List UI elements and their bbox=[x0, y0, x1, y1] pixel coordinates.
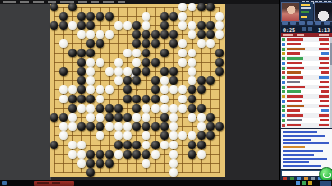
menu-item[interactable] bbox=[103, 1, 114, 3]
player-score-bar bbox=[319, 95, 329, 97]
stone-black bbox=[197, 85, 206, 94]
task-button-text-bar bbox=[37, 182, 49, 184]
stone-black bbox=[68, 104, 77, 113]
stone-black bbox=[86, 168, 95, 177]
stone-black bbox=[169, 12, 178, 21]
stone-black bbox=[105, 104, 114, 113]
stone-black bbox=[215, 122, 224, 131]
rank-icon bbox=[282, 62, 285, 65]
stone-white bbox=[68, 150, 77, 159]
stone-black bbox=[142, 58, 151, 67]
stone-white bbox=[197, 113, 206, 122]
stone-black bbox=[132, 141, 141, 150]
player-list bbox=[281, 37, 332, 128]
capture-counter-left[interactable] bbox=[302, 27, 306, 31]
stone-black bbox=[132, 67, 141, 76]
stone-black bbox=[132, 21, 141, 30]
stone-white bbox=[86, 67, 95, 76]
stone-white bbox=[197, 39, 206, 48]
stone-white bbox=[59, 39, 68, 48]
stone-white bbox=[160, 76, 169, 85]
rank-icon bbox=[282, 71, 285, 74]
stone-black bbox=[77, 58, 86, 67]
chat-message-bar bbox=[283, 131, 317, 133]
panel-small-button[interactable] bbox=[307, 21, 313, 25]
player-name-bar bbox=[287, 105, 304, 107]
stone-black bbox=[123, 141, 132, 150]
stone-black bbox=[160, 21, 169, 30]
menu-item[interactable] bbox=[3, 1, 16, 3]
taskbar-clock[interactable] bbox=[320, 181, 331, 186]
chat-message-bar bbox=[283, 142, 329, 144]
stone-black bbox=[77, 76, 86, 85]
player-score-bar bbox=[319, 48, 329, 50]
player-score-bar bbox=[321, 52, 329, 54]
chat-message-bar bbox=[283, 135, 325, 137]
menu-item[interactable] bbox=[118, 1, 125, 3]
info-text-bar bbox=[301, 11, 309, 13]
stone-black bbox=[151, 95, 160, 104]
stone-black bbox=[86, 95, 95, 104]
player-name-bar bbox=[287, 124, 301, 126]
stone-black bbox=[86, 150, 95, 159]
stone-black bbox=[50, 21, 59, 30]
player-name-bar bbox=[287, 67, 304, 69]
player-name-bar bbox=[287, 76, 303, 78]
stone-white bbox=[68, 113, 77, 122]
stone-black bbox=[197, 21, 206, 30]
stone-black bbox=[188, 104, 197, 113]
stone-black bbox=[206, 21, 215, 30]
stone-black bbox=[77, 12, 86, 21]
stone-black bbox=[50, 113, 59, 122]
stone-black bbox=[59, 21, 68, 30]
stone-white bbox=[188, 67, 197, 76]
chat-message-bar bbox=[283, 146, 305, 148]
stone-white bbox=[178, 39, 187, 48]
stone-white bbox=[169, 141, 178, 150]
stone-white bbox=[77, 150, 86, 159]
stone-black bbox=[114, 104, 123, 113]
stone-black bbox=[123, 95, 132, 104]
taskbar-app-button[interactable] bbox=[34, 181, 74, 186]
stone-white bbox=[77, 104, 86, 113]
chat-message-bar bbox=[283, 158, 327, 160]
stone-black bbox=[188, 141, 197, 150]
task-button-text-bar bbox=[52, 182, 60, 184]
stone-white bbox=[123, 21, 132, 30]
stone-black bbox=[59, 67, 68, 76]
stone-black bbox=[123, 76, 132, 85]
stone-black bbox=[142, 122, 151, 131]
stone-white bbox=[178, 104, 187, 113]
stone-white bbox=[114, 131, 123, 140]
star-point bbox=[136, 89, 138, 91]
stone-black bbox=[206, 3, 215, 12]
stone-black bbox=[114, 113, 123, 122]
stone-black bbox=[86, 159, 95, 168]
player-score-bar bbox=[319, 105, 329, 107]
rank-icon bbox=[282, 43, 285, 46]
player-name-bar bbox=[287, 109, 300, 111]
stone-white bbox=[114, 122, 123, 131]
stone-white bbox=[59, 95, 68, 104]
stone-white bbox=[77, 159, 86, 168]
stone-white bbox=[188, 21, 197, 30]
clock-row: 0:25 1:13 bbox=[281, 26, 332, 33]
stone-black bbox=[96, 150, 105, 159]
stone-black bbox=[77, 21, 86, 30]
stone-black bbox=[197, 3, 206, 12]
rank-icon bbox=[282, 100, 285, 103]
stone-black bbox=[123, 150, 132, 159]
stone-white bbox=[96, 131, 105, 140]
player-score-bar bbox=[321, 90, 329, 92]
menu-item[interactable] bbox=[78, 1, 87, 3]
stone-black bbox=[197, 141, 206, 150]
player-left-avatar[interactable] bbox=[281, 2, 300, 22]
stone-white bbox=[178, 131, 187, 140]
stone-black bbox=[68, 95, 77, 104]
stone-black bbox=[169, 67, 178, 76]
rank-icon bbox=[282, 124, 285, 127]
player-right-avatar[interactable] bbox=[314, 2, 332, 22]
stone-white bbox=[142, 131, 151, 140]
player-score-bar bbox=[321, 109, 329, 111]
player-name-bar bbox=[287, 90, 301, 92]
stone-black bbox=[59, 12, 68, 21]
stone-white bbox=[77, 30, 86, 39]
stone-black bbox=[188, 150, 197, 159]
stone-white bbox=[86, 85, 95, 94]
rank-icon bbox=[282, 86, 285, 89]
stone-white bbox=[105, 67, 114, 76]
stone-white bbox=[178, 21, 187, 30]
stone-white bbox=[160, 141, 169, 150]
stone-black bbox=[132, 30, 141, 39]
left-clock: 0:25 bbox=[283, 27, 295, 33]
stone-white bbox=[178, 49, 187, 58]
stone-white bbox=[114, 67, 123, 76]
rank-icon bbox=[282, 114, 285, 117]
stone-white bbox=[169, 150, 178, 159]
desktop-screen: 0:25 1:13 bbox=[0, 0, 332, 186]
right-clock: 1:13 bbox=[318, 27, 330, 33]
go-board[interactable] bbox=[50, 4, 225, 177]
rank-icon bbox=[282, 76, 285, 79]
stone-white bbox=[160, 85, 169, 94]
stone-black bbox=[132, 122, 141, 131]
stone-white bbox=[178, 3, 187, 12]
start-button-icon[interactable] bbox=[2, 181, 7, 185]
stone-white bbox=[160, 95, 169, 104]
stone-black bbox=[123, 113, 132, 122]
player-score-bar bbox=[321, 71, 329, 73]
tray-icon[interactable] bbox=[308, 181, 312, 185]
header-text-bar bbox=[319, 34, 329, 36]
stone-black bbox=[142, 39, 151, 48]
stone-white bbox=[178, 12, 187, 21]
stone-white bbox=[215, 30, 224, 39]
player-name-bar bbox=[287, 48, 305, 50]
rank-icon bbox=[282, 52, 285, 55]
stone-black bbox=[151, 58, 160, 67]
stone-black bbox=[77, 49, 86, 58]
stone-white bbox=[142, 113, 151, 122]
stone-black bbox=[142, 95, 151, 104]
stone-white bbox=[86, 104, 95, 113]
stone-black bbox=[59, 113, 68, 122]
stone-white bbox=[59, 131, 68, 140]
stone-white bbox=[68, 141, 77, 150]
stone-white bbox=[68, 85, 77, 94]
stone-white bbox=[215, 12, 224, 21]
stone-black bbox=[160, 67, 169, 76]
stone-white bbox=[142, 104, 151, 113]
menu-item[interactable] bbox=[20, 1, 29, 3]
stone-white bbox=[96, 113, 105, 122]
player-score-bar bbox=[319, 86, 329, 88]
rank-icon bbox=[282, 57, 285, 60]
rank-icon bbox=[282, 81, 285, 84]
chat-message-bar bbox=[283, 161, 309, 163]
stone-white bbox=[142, 141, 151, 150]
stone-black bbox=[160, 49, 169, 58]
stone-black bbox=[142, 30, 151, 39]
player-score-bar bbox=[319, 76, 329, 78]
stone-black bbox=[123, 85, 132, 94]
stone-black bbox=[50, 3, 59, 12]
stone-black bbox=[151, 141, 160, 150]
stone-white bbox=[114, 58, 123, 67]
stone-black bbox=[132, 76, 141, 85]
stone-black bbox=[160, 113, 169, 122]
panel-small-button[interactable] bbox=[290, 21, 296, 25]
player-score-bar bbox=[320, 81, 329, 83]
stone-black bbox=[151, 30, 160, 39]
stone-white bbox=[114, 150, 123, 159]
stone-white bbox=[86, 113, 95, 122]
info-text-bar bbox=[301, 16, 307, 18]
stone-black bbox=[151, 76, 160, 85]
stone-black bbox=[86, 49, 95, 58]
stone-black bbox=[160, 122, 169, 131]
rank-icon bbox=[282, 95, 285, 98]
stone-white bbox=[169, 104, 178, 113]
stone-black bbox=[151, 122, 160, 131]
stone-white bbox=[142, 159, 151, 168]
player-name-bar bbox=[287, 38, 303, 40]
stone-white bbox=[68, 122, 77, 131]
tray-icon[interactable] bbox=[296, 181, 300, 185]
panel-small-button[interactable] bbox=[324, 21, 330, 25]
player-name-bar bbox=[287, 71, 301, 73]
stone-white bbox=[142, 12, 151, 21]
rank-icon bbox=[282, 90, 285, 93]
rank-icon bbox=[282, 119, 285, 122]
stone-white bbox=[142, 21, 151, 30]
panel-small-button[interactable] bbox=[299, 21, 305, 25]
stone-white bbox=[114, 76, 123, 85]
stone-white bbox=[188, 113, 197, 122]
stone-white bbox=[188, 30, 197, 39]
stone-white bbox=[105, 30, 114, 39]
stone-black bbox=[197, 76, 206, 85]
info-text-bar bbox=[301, 7, 311, 9]
panel-small-button[interactable] bbox=[315, 21, 321, 25]
stone-black bbox=[96, 104, 105, 113]
stone-black bbox=[206, 113, 215, 122]
stone-black bbox=[142, 150, 151, 159]
stone-white bbox=[169, 159, 178, 168]
player-name-bar bbox=[287, 81, 300, 83]
stone-black bbox=[151, 85, 160, 94]
stone-black bbox=[77, 85, 86, 94]
stone-white bbox=[59, 122, 68, 131]
player-score-bar bbox=[320, 43, 329, 45]
stone-black bbox=[105, 150, 114, 159]
stone-white bbox=[105, 85, 114, 94]
capture-counter-right[interactable] bbox=[308, 27, 312, 31]
rank-icon bbox=[282, 105, 285, 108]
stone-white bbox=[86, 76, 95, 85]
stone-black bbox=[86, 39, 95, 48]
stone-white bbox=[86, 30, 95, 39]
stone-white bbox=[206, 39, 215, 48]
stone-black bbox=[132, 95, 141, 104]
stone-white bbox=[59, 85, 68, 94]
stone-white bbox=[215, 21, 224, 30]
stone-white bbox=[169, 113, 178, 122]
stone-white bbox=[188, 49, 197, 58]
stone-black bbox=[68, 49, 77, 58]
stone-white bbox=[169, 122, 178, 131]
stone-black bbox=[86, 12, 95, 21]
stone-white bbox=[178, 95, 187, 104]
go-client-panel: 0:25 1:13 bbox=[279, 0, 332, 180]
menu-item[interactable] bbox=[33, 1, 44, 3]
stone-black bbox=[188, 85, 197, 94]
stone-white bbox=[77, 141, 86, 150]
stone-black bbox=[50, 141, 59, 150]
stone-black bbox=[132, 150, 141, 159]
stone-white bbox=[96, 58, 105, 67]
stone-black bbox=[206, 131, 215, 140]
player-list-row[interactable] bbox=[281, 123, 330, 128]
player-name-bar bbox=[287, 57, 303, 59]
stone-black bbox=[96, 122, 105, 131]
rank-icon bbox=[282, 109, 285, 112]
stone-white bbox=[151, 150, 160, 159]
stone-black bbox=[96, 39, 105, 48]
player-name-bar bbox=[287, 119, 302, 121]
stone-white bbox=[188, 3, 197, 12]
stone-black bbox=[142, 67, 151, 76]
stone-black bbox=[86, 21, 95, 30]
stone-black bbox=[114, 141, 123, 150]
stone-black bbox=[169, 30, 178, 39]
player-score-bar bbox=[319, 67, 329, 69]
stone-black bbox=[96, 159, 105, 168]
rank-icon bbox=[282, 38, 285, 41]
stone-white bbox=[169, 85, 178, 94]
stone-black bbox=[96, 12, 105, 21]
stone-black bbox=[132, 39, 141, 48]
stone-white bbox=[132, 49, 141, 58]
header-text-bar bbox=[297, 34, 304, 36]
stone-black bbox=[142, 49, 151, 58]
stone-black bbox=[188, 95, 197, 104]
stone-white bbox=[160, 104, 169, 113]
stone-white bbox=[96, 85, 105, 94]
stone-black bbox=[105, 159, 114, 168]
stone-black bbox=[169, 39, 178, 48]
stone-white bbox=[132, 58, 141, 67]
stone-white bbox=[197, 150, 206, 159]
chat-log bbox=[281, 129, 332, 169]
stone-black bbox=[160, 131, 169, 140]
stone-black bbox=[206, 76, 215, 85]
tray-icon[interactable] bbox=[302, 181, 306, 185]
chat-message-bar bbox=[283, 139, 311, 141]
player-name-bar bbox=[287, 100, 302, 102]
stone-white bbox=[188, 76, 197, 85]
menu-item[interactable] bbox=[91, 1, 99, 3]
stone-white bbox=[123, 122, 132, 131]
grid-line bbox=[54, 172, 220, 173]
stone-white bbox=[151, 104, 160, 113]
stone-white bbox=[123, 131, 132, 140]
stone-white bbox=[178, 85, 187, 94]
player-score-bar bbox=[319, 57, 329, 59]
stone-black bbox=[206, 30, 215, 39]
player-score-bar bbox=[319, 114, 329, 116]
stone-black bbox=[169, 76, 178, 85]
stone-white bbox=[169, 168, 178, 177]
stone-black bbox=[215, 58, 224, 67]
rank-icon bbox=[282, 48, 285, 51]
stone-black bbox=[86, 122, 95, 131]
player-name-bar bbox=[287, 52, 300, 54]
player-name-bar bbox=[287, 86, 305, 88]
panel-small-button[interactable] bbox=[282, 21, 288, 25]
stone-white bbox=[96, 95, 105, 104]
stone-white bbox=[188, 58, 197, 67]
player-score-bar bbox=[320, 62, 329, 64]
player-name-bar bbox=[287, 114, 303, 116]
stone-black bbox=[77, 122, 86, 131]
chat-message-bar bbox=[283, 154, 314, 156]
stone-black bbox=[197, 131, 206, 140]
stone-black bbox=[160, 12, 169, 21]
rank-icon bbox=[282, 67, 285, 70]
header-text-bar bbox=[283, 34, 293, 36]
stone-white bbox=[123, 49, 132, 58]
stone-black bbox=[215, 67, 224, 76]
stone-black bbox=[215, 49, 224, 58]
stone-black bbox=[105, 12, 114, 21]
stone-white bbox=[132, 113, 141, 122]
stone-black bbox=[132, 104, 141, 113]
stone-white bbox=[105, 122, 114, 131]
stone-white bbox=[123, 67, 132, 76]
stone-black bbox=[206, 122, 215, 131]
stone-black bbox=[160, 30, 169, 39]
player-score-bar bbox=[320, 119, 329, 121]
stone-black bbox=[77, 95, 86, 104]
player-name-bar bbox=[287, 62, 302, 64]
chat-message-bar bbox=[283, 165, 321, 167]
